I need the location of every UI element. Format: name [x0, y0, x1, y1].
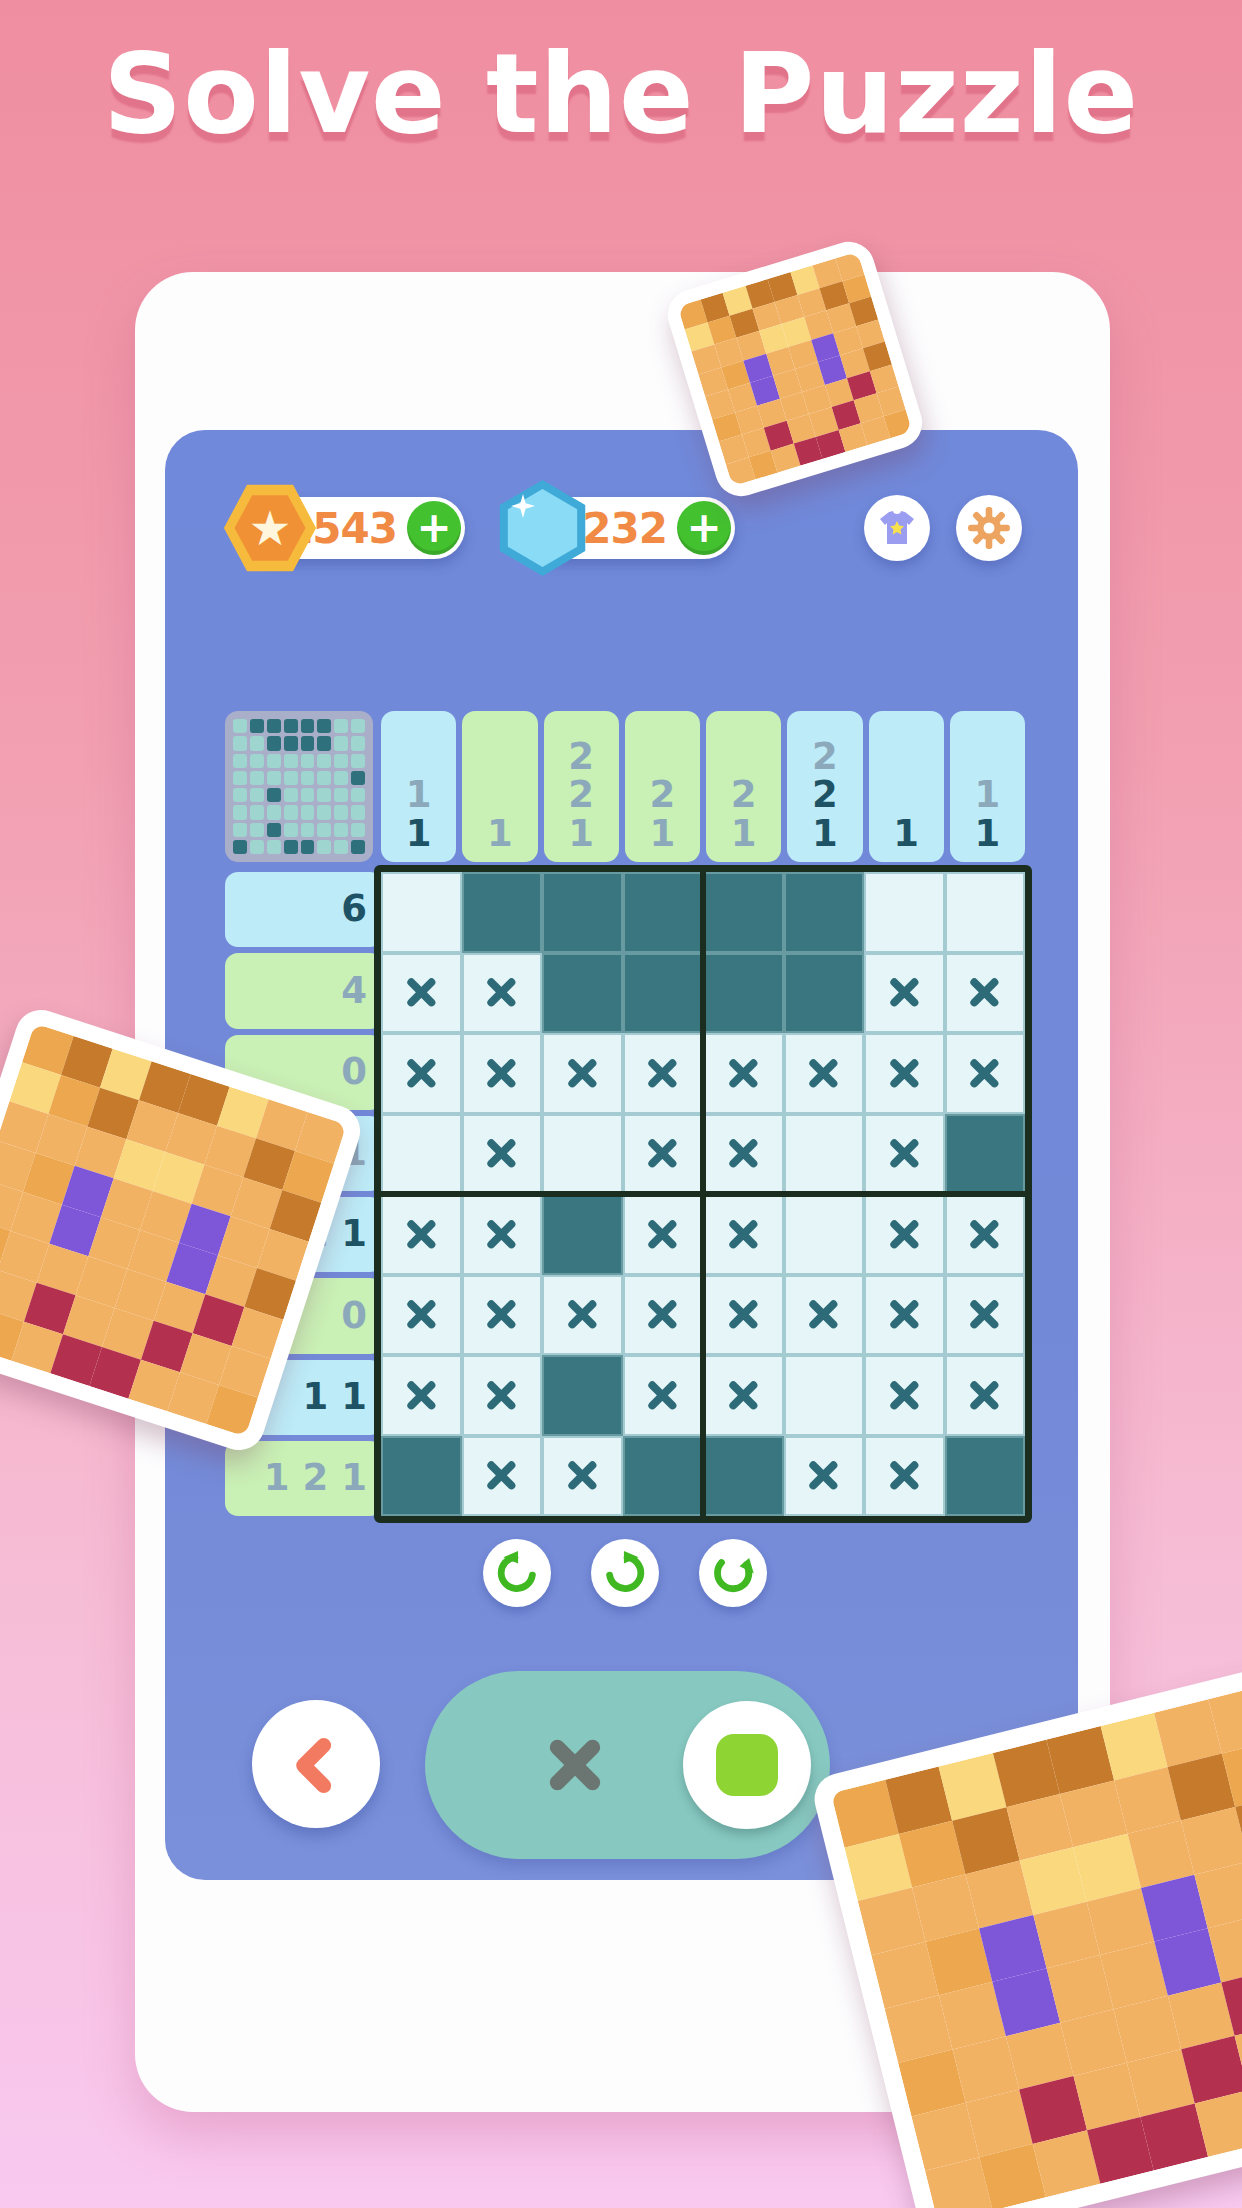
grid-cell-r6c6[interactable] [784, 1275, 865, 1356]
add-gems-button[interactable]: + [677, 501, 731, 555]
col-clue-8: 11 [950, 711, 1025, 862]
minimap-cell-r8c7 [334, 840, 348, 854]
minimap-cell-r4c5 [301, 771, 315, 785]
redo-icon [602, 1550, 648, 1596]
minimap-cell-r1c6 [317, 719, 331, 733]
minimap-cell-r7c7 [334, 823, 348, 837]
back-chevron-icon [285, 1733, 347, 1795]
grid-cell-r5c2[interactable] [462, 1194, 543, 1275]
grid-cell-r5c6[interactable] [784, 1194, 865, 1275]
minimap-cell-r5c3 [267, 788, 281, 802]
grid-cell-r4c8[interactable] [945, 1114, 1026, 1195]
grid-cell-r4c1[interactable] [381, 1114, 462, 1195]
grid-cell-r2c5[interactable] [703, 953, 784, 1034]
grid-cell-r1c6[interactable] [784, 872, 865, 953]
col-clue-6: 221 [787, 711, 862, 862]
grid-cell-r1c8[interactable] [945, 872, 1026, 953]
minimap-cell-r3c2 [250, 754, 264, 768]
minimap-cell-r2c7 [334, 736, 348, 750]
grid-cell-r8c5[interactable] [703, 1436, 784, 1517]
minimap-cell-r8c2 [250, 840, 264, 854]
minimap-cell-r7c6 [317, 823, 331, 837]
grid-cell-r4c5[interactable] [703, 1114, 784, 1195]
page-title: Solve the Puzzle [0, 30, 1242, 158]
gear-icon [967, 506, 1011, 550]
col-clue-2: 1 [462, 711, 537, 862]
back-button[interactable] [252, 1700, 380, 1828]
grid-cell-r1c2[interactable] [462, 872, 543, 953]
grid-cell-r6c5[interactable] [703, 1275, 784, 1356]
minimap-cell-r6c6 [317, 805, 331, 819]
row-clue-1: 6 [225, 872, 383, 947]
grid-cell-r8c1[interactable] [381, 1436, 462, 1517]
gem-icon [495, 480, 590, 576]
grid-cell-r3c4[interactable] [623, 1033, 704, 1114]
history-controls [483, 1539, 767, 1607]
minimap-cell-r7c3 [267, 823, 281, 837]
minimap-cell-r5c6 [317, 788, 331, 802]
grid-cell-r6c3[interactable] [542, 1275, 623, 1356]
col-clue-7: 1 [869, 711, 944, 862]
grid-cell-r2c3[interactable] [542, 953, 623, 1034]
grid-cell-r7c6[interactable] [784, 1355, 865, 1436]
grid-cell-r6c2[interactable] [462, 1275, 543, 1356]
grid-cell-r8c4[interactable] [623, 1436, 704, 1517]
minimap-cell-r1c4 [284, 719, 298, 733]
grid-cell-r2c6[interactable] [784, 953, 865, 1034]
minimap-cell-r4c2 [250, 771, 264, 785]
grid-cell-r2c7[interactable] [864, 953, 945, 1034]
grid-cell-r3c6[interactable] [784, 1033, 865, 1114]
minimap-cell-r3c8 [351, 754, 365, 768]
star-coin-icon: ★ [222, 483, 318, 573]
minimap-cell-r4c1 [233, 771, 247, 785]
grid-cell-r7c4[interactable] [623, 1355, 704, 1436]
wardrobe-button[interactable] [864, 495, 930, 561]
minimap-cell-r4c8 [351, 771, 365, 785]
minimap-cell-r4c3 [267, 771, 281, 785]
fill-tool-button[interactable] [683, 1701, 811, 1829]
grid-cell-r6c7[interactable] [864, 1275, 945, 1356]
undo-icon [494, 1550, 540, 1596]
minimap-cell-r8c3 [267, 840, 281, 854]
grid-cell-r8c2[interactable] [462, 1436, 543, 1517]
grid-cell-r8c8[interactable] [945, 1436, 1026, 1517]
tool-selector [425, 1671, 830, 1859]
minimap-cell-r5c4 [284, 788, 298, 802]
minimap-cell-r6c8 [351, 805, 365, 819]
minimap-cell-r3c1 [233, 754, 247, 768]
minimap-cell-r7c8 [351, 823, 365, 837]
grid-cell-r3c5[interactable] [703, 1033, 784, 1114]
minimap-cell-r6c4 [284, 805, 298, 819]
tshirt-icon [877, 510, 917, 546]
minimap-cell-r1c1 [233, 719, 247, 733]
grid-cell-r1c1[interactable] [381, 872, 462, 953]
grid-cell-r6c8[interactable] [945, 1275, 1026, 1356]
minimap-cell-r7c4 [284, 823, 298, 837]
reset-button[interactable] [699, 1539, 767, 1607]
minimap-cell-r6c2 [250, 805, 264, 819]
minimap-cell-r8c5 [301, 840, 315, 854]
grid-cell-r7c5[interactable] [703, 1355, 784, 1436]
grid-cell-r1c7[interactable] [864, 872, 945, 953]
x-mark-tool-button[interactable] [543, 1733, 607, 1797]
minimap-cell-r5c2 [250, 788, 264, 802]
stage: Solve the Puzzle 1543 + ★ 232 + [0, 0, 1242, 2208]
grid-cell-r7c3[interactable] [542, 1355, 623, 1436]
grid-cell-r7c7[interactable] [864, 1355, 945, 1436]
col-clue-5: 21 [706, 711, 781, 862]
minimap-cell-r6c3 [267, 805, 281, 819]
grid-cell-r7c1[interactable] [381, 1355, 462, 1436]
minimap-cell-r3c4 [284, 754, 298, 768]
minimap-cell-r7c5 [301, 823, 315, 837]
undo-button[interactable] [483, 1539, 551, 1607]
grid-cell-r4c7[interactable] [864, 1114, 945, 1195]
minimap-cell-r1c3 [267, 719, 281, 733]
minimap-cell-r2c5 [301, 736, 315, 750]
minimap-cell-r3c6 [317, 754, 331, 768]
nonogram-grid [374, 865, 1032, 1523]
minimap-cell-r2c3 [267, 736, 281, 750]
grid-cell-r3c8[interactable] [945, 1033, 1026, 1114]
grid-cell-r5c7[interactable] [864, 1194, 945, 1275]
grid-cell-r8c6[interactable] [784, 1436, 865, 1517]
minimap-cell-r4c4 [284, 771, 298, 785]
minimap-cell-r1c8 [351, 719, 365, 733]
minimap-cell-r3c5 [301, 754, 315, 768]
minimap-cell-r7c1 [233, 823, 247, 837]
grid-cell-r2c2[interactable] [462, 953, 543, 1034]
grid-cell-r3c2[interactable] [462, 1033, 543, 1114]
grid-cell-r5c1[interactable] [381, 1194, 462, 1275]
minimap-cell-r6c1 [233, 805, 247, 819]
grid-cell-r3c1[interactable] [381, 1033, 462, 1114]
minimap-cell-r4c6 [317, 771, 331, 785]
minimap-cell-r8c8 [351, 840, 365, 854]
grid-cell-r5c4[interactable] [623, 1194, 704, 1275]
minimap-cell-r5c7 [334, 788, 348, 802]
grid-cell-r5c3[interactable] [542, 1194, 623, 1275]
grid-cell-r1c5[interactable] [703, 872, 784, 953]
minimap-cell-r2c6 [317, 736, 331, 750]
grid-cell-r7c2[interactable] [462, 1355, 543, 1436]
minimap-cell-r2c4 [284, 736, 298, 750]
minimap-cell-r3c3 [267, 754, 281, 768]
minimap-cell-r1c7 [334, 719, 348, 733]
grid-cell-r2c4[interactable] [623, 953, 704, 1034]
grid-cell-r1c3[interactable] [542, 872, 623, 953]
minimap-cell-r8c6 [317, 840, 331, 854]
minimap-cell-r2c2 [250, 736, 264, 750]
grid-cell-r3c3[interactable] [542, 1033, 623, 1114]
fill-square-icon [716, 1734, 778, 1796]
add-coins-button[interactable]: + [407, 501, 461, 555]
grid-cell-r5c5[interactable] [703, 1194, 784, 1275]
col-clue-1: 11 [381, 711, 456, 862]
minimap-cell-r5c5 [301, 788, 315, 802]
grid-cell-r3c7[interactable] [864, 1033, 945, 1114]
row-clue-8: 121 [225, 1441, 383, 1516]
minimap-cell-r7c2 [250, 823, 264, 837]
grid-cell-r4c4[interactable] [623, 1114, 704, 1195]
minimap-cell-r5c1 [233, 788, 247, 802]
grid-cell-r2c1[interactable] [381, 953, 462, 1034]
minimap-cell-r5c8 [351, 788, 365, 802]
reset-icon [701, 1541, 766, 1606]
minimap-cell-r4c7 [334, 771, 348, 785]
redo-button[interactable] [591, 1539, 659, 1607]
grid-cell-r4c2[interactable] [462, 1114, 543, 1195]
minimap-cell-r2c1 [233, 736, 247, 750]
grid-cell-r5c8[interactable] [945, 1194, 1026, 1275]
minimap-cell-r8c1 [233, 840, 247, 854]
grid-cell-r7c8[interactable] [945, 1355, 1026, 1436]
grid-cell-r6c4[interactable] [623, 1275, 704, 1356]
minimap-cell-r3c7 [334, 754, 348, 768]
grid-cell-r4c6[interactable] [784, 1114, 865, 1195]
progress-minimap [225, 711, 373, 862]
col-clue-4: 21 [625, 711, 700, 862]
minimap-cell-r6c5 [301, 805, 315, 819]
minimap-cell-r2c8 [351, 736, 365, 750]
grid-cell-r4c3[interactable] [542, 1114, 623, 1195]
minimap-cell-r1c2 [250, 719, 264, 733]
grid-cell-r1c4[interactable] [623, 872, 704, 953]
row-clue-2: 4 [225, 953, 383, 1028]
grid-cell-r8c7[interactable] [864, 1436, 945, 1517]
column-clues: 1112212121221111 [381, 711, 1025, 862]
minimap-cell-r8c4 [284, 840, 298, 854]
grid-cell-r2c8[interactable] [945, 953, 1026, 1034]
grid-cell-r8c3[interactable] [542, 1436, 623, 1517]
gem-value: 232 [582, 504, 667, 553]
x-mark-icon [543, 1733, 607, 1797]
minimap-cell-r6c7 [334, 805, 348, 819]
minimap-cell-r1c5 [301, 719, 315, 733]
col-clue-3: 221 [544, 711, 619, 862]
grid-cell-r6c1[interactable] [381, 1275, 462, 1356]
settings-button[interactable] [956, 495, 1022, 561]
